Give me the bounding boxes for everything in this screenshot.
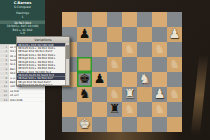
hand-cursor-icon: ☝ [137,75,156,96]
square-d3[interactable]: ♞ [107,87,122,102]
square-f8[interactable] [137,12,152,27]
square-b2[interactable] [77,102,92,117]
square-c2[interactable] [92,102,107,117]
ghost-knight-target-h5: ♞ [167,56,182,72]
move-number: 11 [0,89,9,93]
move-text[interactable]: a5 Qc7 [9,93,19,97]
square-d6[interactable] [107,42,122,57]
wood-reflection [60,132,180,140]
square-b6[interactable] [77,42,92,57]
square-h8[interactable] [167,12,182,27]
move-number: 13 [0,98,9,102]
square-b7[interactable]: ♟ [77,27,92,42]
square-d7[interactable] [107,27,122,42]
move-number: 1 [0,45,9,49]
white-pawn-h7[interactable]: ♟ [167,26,182,42]
square-c5[interactable] [92,57,107,72]
move-number: 7 [0,71,9,75]
square-e5[interactable] [122,57,137,72]
ghost-knight-target-h3: ♞ [167,86,182,102]
square-e8[interactable] [122,12,137,27]
square-g6[interactable]: ♞ [152,42,167,57]
ghost-knight-target-d5: ♞ [107,56,122,72]
square-b5[interactable] [77,57,92,72]
square-c8[interactable] [92,12,107,27]
black-king-b4[interactable]: ♚ [77,71,92,87]
popup-title-text: Variations [17,37,69,43]
move-number: 8 [0,76,9,80]
black-pawn-b7[interactable]: ♟ [77,26,92,42]
move-list-row[interactable]: 13Rfd1 Rfd8 [0,98,45,102]
white-rook-e3[interactable]: ♜ [122,86,137,102]
square-d4[interactable] [107,72,122,87]
square-f1[interactable] [137,117,152,132]
variations-popup[interactable]: Variations 38.Nd3+ Kb5 39.h8Q Rd838.Nd5 … [16,36,70,86]
ghost-knight-target-g6: ♞ [152,41,167,57]
wood-reflection [191,55,208,135]
square-a2[interactable] [62,102,77,117]
square-d1[interactable] [107,117,122,132]
square-e1[interactable] [122,117,137,132]
popup-scrollbar[interactable] [65,43,69,85]
square-a1[interactable] [62,117,77,132]
square-c3[interactable] [92,87,107,102]
ghost-knight-target-g2: ♞ [152,101,167,117]
black-rook-d2[interactable]: ♜ [107,101,122,117]
square-b3[interactable]: ♞ [77,87,92,102]
ghost-knight-target-e6: ♞ [122,41,137,57]
header-line: 1-0 [0,31,45,35]
square-h4[interactable] [167,72,182,87]
square-h1[interactable] [167,117,182,132]
square-d8[interactable] [107,12,122,27]
ghost-knight-target-d3: ♞ [107,86,122,102]
square-f7[interactable] [137,27,152,42]
game-header-lines: C.BarnesS.ConquestHastings138.Re3 Kb439.… [0,0,45,35]
popup-scrollbar-thumb[interactable] [66,45,69,59]
move-number: 9 [0,80,9,84]
square-b4[interactable]: ♚ [77,72,92,87]
square-f2[interactable] [137,102,152,117]
square-c4[interactable]: ♟ [92,72,107,87]
square-b1[interactable]: ♚ [77,117,92,132]
variation-row[interactable]: 38.Kb2 Rd7 39.Ne6 Rxh7 [17,83,66,85]
move-number: 12 [0,93,9,97]
square-h3[interactable]: ♞ [167,87,182,102]
square-a3[interactable] [62,87,77,102]
square-c7[interactable] [92,27,107,42]
chess-gui-window: C.BarnesS.ConquestHastings138.Re3 Kb439.… [0,0,210,140]
move-number: 5 [0,63,9,67]
square-f6[interactable] [137,42,152,57]
square-h2[interactable] [167,102,182,117]
square-g5[interactable] [152,57,167,72]
square-h5[interactable]: ♞ [167,57,182,72]
square-e7[interactable] [122,27,137,42]
square-c6[interactable] [92,42,107,57]
square-g7[interactable] [152,27,167,42]
square-e3[interactable]: ♜ [122,87,137,102]
popup-row-list[interactable]: 38.Nd3+ Kb5 39.h8Q Rd838.Nd5 Rd1+ 39.Kb2… [17,43,66,85]
square-e2[interactable]: ♞ [122,102,137,117]
ghost-knight-target-e2: ♞ [122,101,137,117]
square-b8[interactable] [77,12,92,27]
square-h7[interactable]: ♟ [167,27,182,42]
black-knight-b3[interactable]: ♞ [77,86,92,102]
square-g8[interactable] [152,12,167,27]
square-d5[interactable]: ♞ [107,57,122,72]
move-text[interactable]: Rfd1 Rfd8 [9,98,23,102]
square-e4[interactable] [122,72,137,87]
white-king-b1[interactable]: ♚ [77,116,92,132]
square-g2[interactable]: ♞ [152,102,167,117]
square-d2[interactable]: ♜ [107,102,122,117]
move-number: 10 [0,85,9,89]
chess-board[interactable]: ♟♟♞♞♞♞♚♟♞♞♞♜♟♞♜♞♞♚ [62,12,182,132]
move-number: 3 [0,54,9,58]
square-c1[interactable] [92,117,107,132]
square-g1[interactable] [152,117,167,132]
black-pawn-c4[interactable]: ♟ [92,71,107,87]
square-e6[interactable]: ♞ [122,42,137,57]
square-h6[interactable] [167,42,182,57]
move-number: 4 [0,58,9,62]
move-number: 6 [0,67,9,71]
square-a8[interactable] [62,12,77,27]
move-number: 2 [0,49,9,53]
square-f5[interactable] [137,57,152,72]
move-text[interactable]: a4 Rc8 [9,89,19,93]
